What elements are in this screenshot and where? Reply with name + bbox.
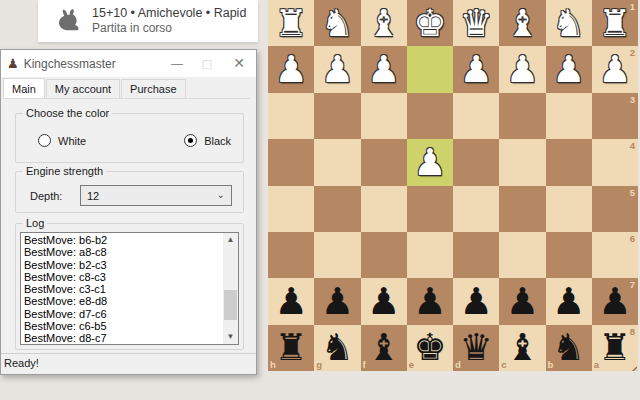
color-options: WhiteBlack — [16, 134, 243, 147]
scroll-down-icon[interactable]: ▼ — [223, 330, 238, 344]
scroll-up-icon[interactable]: ▲ — [223, 233, 238, 247]
radio-dot[interactable] — [184, 134, 197, 147]
square-a7[interactable]: ♟7 — [592, 278, 638, 324]
square-f3[interactable] — [361, 93, 407, 139]
log-entry[interactable]: BestMove: c3-c1 — [21, 283, 223, 295]
square-a2[interactable]: ♟2 — [592, 46, 638, 92]
square-f7[interactable]: ♟ — [361, 278, 407, 324]
white-pawn[interactable]: ♟ — [499, 46, 545, 92]
engine-strength-group: Engine strength Depth: 12 ⌄ — [15, 171, 244, 213]
log-entry[interactable]: BestMove: c6-b5 — [21, 320, 223, 332]
square-c2[interactable]: ♟ — [499, 46, 545, 92]
square-h2[interactable]: ♟ — [268, 46, 314, 92]
radio-label: White — [58, 135, 86, 147]
square-b6[interactable] — [546, 232, 592, 278]
square-g1[interactable]: ♞ — [314, 0, 360, 46]
black-pawn[interactable]: ♟ — [499, 278, 545, 324]
file-label-d: d — [455, 359, 461, 370]
tab-divider — [3, 98, 250, 99]
white-pawn[interactable]: ♟ — [407, 139, 453, 185]
square-a8[interactable]: ♜8a — [592, 325, 638, 371]
rank-label-6: 6 — [630, 233, 635, 244]
log-group: Log BestMove: b6-b2BestMove: a8-c8BestMo… — [15, 223, 244, 350]
square-a5[interactable]: 5 — [592, 186, 638, 232]
square-e7[interactable]: ♟ — [407, 278, 453, 324]
white-king[interactable]: ♚ — [407, 0, 453, 46]
square-a3[interactable]: 3 — [592, 93, 638, 139]
game-info-card[interactable]: 15+10 • Amichevole • Rapid Partita in co… — [38, 0, 258, 42]
file-label-b: b — [548, 359, 554, 370]
game-mode-line: 15+10 • Amichevole • Rapid — [92, 6, 246, 21]
square-h7[interactable]: ♟ — [268, 278, 314, 324]
square-c4[interactable] — [499, 139, 545, 185]
pawn-icon: ♟ — [7, 57, 19, 70]
chevron-down-icon: ⌄ — [217, 189, 225, 200]
square-d3[interactable] — [453, 93, 499, 139]
square-e5[interactable] — [407, 186, 453, 232]
square-h6[interactable] — [268, 232, 314, 278]
square-b7[interactable]: ♟ — [546, 278, 592, 324]
engine-group-label: Engine strength — [23, 165, 106, 178]
black-pawn[interactable]: ♟ — [453, 278, 499, 324]
file-label-e: e — [409, 359, 414, 370]
rank-label-7: 7 — [630, 279, 635, 290]
file-label-h: h — [270, 359, 276, 370]
square-d6[interactable] — [453, 232, 499, 278]
white-queen[interactable]: ♛ — [453, 0, 499, 46]
square-b2[interactable]: ♟ — [546, 46, 592, 92]
square-d5[interactable] — [453, 186, 499, 232]
rabbit-icon — [52, 6, 82, 36]
file-label-f: f — [363, 359, 366, 370]
black-pawn[interactable]: ♟ — [314, 278, 360, 324]
black-pawn[interactable]: ♟ — [407, 278, 453, 324]
maximize-button[interactable]: ◻ — [194, 50, 220, 77]
log-entry[interactable]: BestMove: b6-b2 — [21, 234, 223, 246]
square-c1[interactable]: ♝ — [499, 0, 545, 46]
square-c7[interactable]: ♟ — [499, 278, 545, 324]
square-g2[interactable]: ♟ — [314, 46, 360, 92]
log-entry[interactable]: BestMove: e8-d8 — [21, 295, 223, 307]
white-rook[interactable]: ♜ — [268, 0, 314, 46]
white-pawn[interactable]: ♟ — [314, 46, 360, 92]
square-g3[interactable] — [314, 93, 360, 139]
tab-strip: MainMy accountPurchase — [3, 79, 187, 99]
square-a6[interactable]: 6 — [592, 232, 638, 278]
game-status-line: Partita in corso — [92, 21, 246, 36]
log-entry[interactable]: BestMove: a8-c8 — [21, 246, 223, 258]
rank-label-4: 4 — [630, 140, 635, 151]
log-items: BestMove: b6-b2BestMove: a8-c8BestMove: … — [21, 234, 223, 345]
board-resize-grip[interactable] — [627, 360, 637, 370]
tab-purchase[interactable]: Purchase — [121, 79, 185, 99]
log-scrollbar[interactable]: ▲ ▼ — [223, 233, 238, 344]
kingchessmaster-window: ♟ Kingchessmaster — ◻ ✕ MainMy accountPu… — [0, 49, 257, 375]
rank-label-1: 1 — [630, 1, 635, 12]
log-listbox[interactable]: BestMove: b6-b2BestMove: a8-c8BestMove: … — [20, 232, 239, 345]
square-f8[interactable]: ♝f — [361, 325, 407, 371]
depth-label: Depth: — [30, 190, 62, 202]
rank-label-8: 8 — [630, 326, 635, 337]
square-f6[interactable] — [361, 232, 407, 278]
white-knight[interactable]: ♞ — [546, 0, 592, 46]
black-bishop[interactable]: ♝ — [361, 325, 407, 371]
square-c6[interactable] — [499, 232, 545, 278]
square-c3[interactable] — [499, 93, 545, 139]
file-label-a: a — [594, 359, 599, 370]
color-group: Choose the color WhiteBlack — [15, 113, 244, 163]
close-button[interactable]: ✕ — [226, 50, 252, 77]
log-entry[interactable]: BestMove: b2-c3 — [21, 259, 223, 271]
log-entry[interactable]: BestMove: c8-c3 — [21, 271, 223, 283]
log-group-label: Log — [23, 217, 47, 230]
square-d8[interactable]: ♛d — [453, 325, 499, 371]
square-g6[interactable] — [314, 232, 360, 278]
rank-label-3: 3 — [630, 94, 635, 105]
color-group-label: Choose the color — [23, 107, 112, 120]
square-g7[interactable]: ♟ — [314, 278, 360, 324]
square-h4[interactable] — [268, 139, 314, 185]
window-title: Kingchessmaster — [24, 57, 116, 71]
radio-dot[interactable] — [38, 134, 51, 147]
square-f4[interactable] — [361, 139, 407, 185]
square-b4[interactable] — [546, 139, 592, 185]
square-h8[interactable]: ♜h — [268, 325, 314, 371]
radio-black[interactable]: Black — [184, 134, 231, 147]
square-g4[interactable] — [314, 139, 360, 185]
radio-label: Black — [204, 135, 231, 147]
square-e1[interactable]: ♚ — [407, 0, 453, 46]
tab-main[interactable]: Main — [3, 78, 45, 98]
square-e8[interactable]: ♚e — [407, 325, 453, 371]
scroll-thumb[interactable] — [224, 290, 237, 320]
file-label-g: g — [316, 359, 322, 370]
square-g5[interactable] — [314, 186, 360, 232]
white-pawn[interactable]: ♟ — [361, 46, 407, 92]
square-c5[interactable] — [499, 186, 545, 232]
white-bishop[interactable]: ♝ — [361, 0, 407, 46]
square-h1[interactable]: ♜ — [268, 0, 314, 46]
square-d2[interactable]: ♟ — [453, 46, 499, 92]
file-label-c: c — [501, 359, 506, 370]
depth-dropdown[interactable]: 12 ⌄ — [80, 185, 232, 206]
square-b3[interactable] — [546, 93, 592, 139]
square-d1[interactable]: ♛ — [453, 0, 499, 46]
square-e6[interactable] — [407, 232, 453, 278]
game-info-text: 15+10 • Amichevole • Rapid Partita in co… — [92, 6, 246, 36]
chess-board: ♜♞♝♚♛♝♞♜1♟♟♟♟♟♟♟23♟456♟♟♟♟♟♟♟♟7♜h♞g♝f♚e♛… — [268, 0, 638, 371]
square-e3[interactable] — [407, 93, 453, 139]
square-h5[interactable] — [268, 186, 314, 232]
square-a4[interactable]: 4 — [592, 139, 638, 185]
white-bishop[interactable]: ♝ — [499, 0, 545, 46]
square-f2[interactable]: ♟ — [361, 46, 407, 92]
black-pawn[interactable]: ♟ — [361, 278, 407, 324]
square-g8[interactable]: ♞g — [314, 325, 360, 371]
square-b1[interactable]: ♞ — [546, 0, 592, 46]
depth-value: 12 — [87, 190, 99, 202]
rank-label-5: 5 — [630, 187, 635, 198]
white-pawn[interactable]: ♟ — [546, 46, 592, 92]
square-h3[interactable] — [268, 93, 314, 139]
square-b5[interactable] — [546, 186, 592, 232]
square-d7[interactable]: ♟ — [453, 278, 499, 324]
square-c8[interactable]: ♝c — [499, 325, 545, 371]
radio-white[interactable]: White — [38, 134, 86, 147]
black-pawn[interactable]: ♟ — [268, 278, 314, 324]
square-f5[interactable] — [361, 186, 407, 232]
square-b8[interactable]: ♞b — [546, 325, 592, 371]
white-pawn[interactable]: ♟ — [453, 46, 499, 92]
black-pawn[interactable]: ♟ — [546, 278, 592, 324]
square-d4[interactable] — [453, 139, 499, 185]
square-a1[interactable]: ♜1 — [592, 0, 638, 46]
white-knight[interactable]: ♞ — [314, 0, 360, 46]
log-entry[interactable]: BestMove: d8-c7 — [21, 332, 223, 344]
rank-label-2: 2 — [630, 47, 635, 58]
square-e4[interactable]: ♟ — [407, 139, 453, 185]
minimize-button[interactable]: — — [164, 50, 190, 77]
square-f1[interactable]: ♝ — [361, 0, 407, 46]
tab-my-account[interactable]: My account — [46, 79, 120, 99]
title-bar[interactable]: ♟ Kingchessmaster — ◻ ✕ — [1, 50, 256, 77]
log-entry[interactable]: BestMove: d7-c6 — [21, 308, 223, 320]
square-e2[interactable] — [407, 46, 453, 92]
white-pawn[interactable]: ♟ — [268, 46, 314, 92]
status-bar: Ready! — [1, 353, 256, 372]
